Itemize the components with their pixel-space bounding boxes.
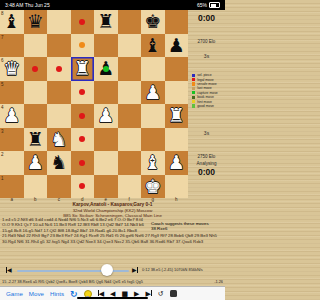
black-knight-c2[interactable]: ♞ bbox=[47, 151, 71, 175]
engine-current-line: 0:12 38.e5 (-2.45) 1070kN 856kN/s bbox=[142, 267, 224, 272]
square-b8[interactable]: ♛ bbox=[24, 10, 48, 34]
legend-label: capture move bbox=[197, 91, 218, 95]
legend-label: sel. piece bbox=[197, 73, 211, 77]
square-h3[interactable] bbox=[165, 128, 189, 152]
square-c1[interactable] bbox=[47, 175, 71, 199]
square-e8[interactable]: ♜ bbox=[94, 10, 118, 34]
square-f4[interactable] bbox=[118, 104, 142, 128]
book-icon[interactable] bbox=[170, 290, 177, 297]
square-h5[interactable] bbox=[165, 81, 189, 105]
square-b3[interactable]: ♜ bbox=[24, 128, 48, 152]
square-h2[interactable]: ♟ bbox=[165, 151, 189, 175]
battery-percent: 65% bbox=[197, 2, 207, 8]
white-pawn-g5[interactable]: ♟ bbox=[141, 81, 165, 105]
square-b6[interactable] bbox=[24, 57, 48, 81]
white-elo: 2750 Elo bbox=[188, 154, 225, 159]
chess-board[interactable]: 8♝♛♜♚7♝♟6♛♜♟5♟4♟♟♜3♜♞2♟♞♝♟1♚ bbox=[0, 10, 188, 198]
rank-label: 6 bbox=[1, 58, 4, 63]
game-header: Karpov,Anatoli - Kasparov,Gary 0-1 32nd … bbox=[0, 202, 225, 218]
rank-label: 2 bbox=[1, 152, 4, 157]
legend-swatch bbox=[192, 78, 195, 81]
square-g2[interactable]: ♝ bbox=[141, 151, 165, 175]
legend-swatch bbox=[192, 74, 195, 77]
black-pawn-h7[interactable]: ♟ bbox=[165, 34, 189, 58]
square-g6[interactable] bbox=[141, 57, 165, 81]
coach-move: 38.Rxe6 bbox=[151, 226, 223, 231]
white-time-setting: 3s bbox=[188, 130, 225, 136]
square-f2[interactable] bbox=[118, 151, 142, 175]
square-g3[interactable] bbox=[141, 128, 165, 152]
square-c5[interactable] bbox=[47, 81, 71, 105]
square-a5[interactable]: 5 bbox=[0, 81, 24, 105]
square-f7[interactable] bbox=[118, 34, 142, 58]
square-g4[interactable] bbox=[141, 104, 165, 128]
seek-thumb[interactable] bbox=[101, 264, 113, 276]
square-d7[interactable] bbox=[71, 34, 95, 58]
red-move-dot-d1[interactable] bbox=[79, 183, 85, 189]
square-f6[interactable] bbox=[118, 57, 142, 81]
legend-label: legal move bbox=[197, 78, 213, 82]
square-a7[interactable]: 7 bbox=[0, 34, 24, 58]
square-c3[interactable]: ♞ bbox=[47, 128, 71, 152]
legend-item: good move bbox=[192, 104, 225, 108]
pv-eval: -1.26 bbox=[214, 279, 223, 284]
white-pawn-h2[interactable]: ♟ bbox=[165, 151, 189, 175]
white-pawn-b2[interactable]: ♟ bbox=[24, 151, 48, 175]
legend-swatch bbox=[192, 96, 195, 99]
square-g7[interactable]: ♝ bbox=[141, 34, 165, 58]
move-button[interactable]: Move bbox=[29, 290, 44, 297]
black-time-setting: 3s bbox=[188, 53, 225, 59]
square-e4[interactable]: ♟ bbox=[94, 104, 118, 128]
square-c7[interactable] bbox=[47, 34, 71, 58]
black-clock: 0:00 bbox=[188, 13, 225, 23]
square-a1[interactable]: 1 bbox=[0, 175, 24, 199]
square-d1[interactable] bbox=[71, 175, 95, 199]
square-f1[interactable] bbox=[118, 175, 142, 199]
game-button[interactable]: Game bbox=[6, 290, 23, 297]
rank-label: 4 bbox=[1, 105, 4, 110]
square-a3[interactable]: 3 bbox=[0, 128, 24, 152]
rank-label: 3 bbox=[1, 129, 4, 134]
legend-label: last move bbox=[197, 86, 212, 90]
red-move-dot-d4[interactable] bbox=[79, 113, 85, 119]
seek-bar-row: ◀ ▶ 0:12 38.e5 (-2.45) 1070kN 856kN/s bbox=[0, 262, 225, 278]
black-bishop-g7[interactable]: ♝ bbox=[141, 34, 165, 58]
marker-legend: sel. piecelegal moveunsafe movelast move… bbox=[192, 73, 225, 108]
square-h8[interactable] bbox=[165, 10, 189, 34]
coach-suggestion: Coach suggests these moves 38.Rxe6 bbox=[151, 221, 223, 232]
side-panel: 0:00 2700 Elo 3s sel. piecelegal moveuns… bbox=[188, 10, 225, 203]
battery-icon bbox=[209, 2, 220, 8]
white-rook-h4[interactable]: ♜ bbox=[165, 104, 189, 128]
rank-label: 1 bbox=[1, 176, 4, 181]
legend-swatch bbox=[192, 87, 195, 90]
legend-swatch bbox=[192, 82, 195, 85]
square-h6[interactable] bbox=[165, 57, 189, 81]
square-g1[interactable]: ♚ bbox=[141, 175, 165, 199]
white-bishop-g2[interactable]: ♝ bbox=[141, 151, 165, 175]
square-e6[interactable]: ♟ bbox=[94, 57, 118, 81]
players-line: Karpov,Anatoli - Kasparov,Gary 0-1 bbox=[0, 202, 225, 207]
black-rook-b3[interactable]: ♜ bbox=[24, 128, 48, 152]
move-list[interactable]: Coach suggests these moves 38.Rxe6 1.e4 … bbox=[2, 217, 223, 259]
square-c4[interactable] bbox=[47, 104, 71, 128]
black-queen-b8[interactable]: ♛ bbox=[24, 10, 48, 34]
square-f3[interactable] bbox=[118, 128, 142, 152]
square-e5[interactable] bbox=[94, 81, 118, 105]
black-king-g8[interactable]: ♚ bbox=[141, 10, 165, 34]
legend-swatch bbox=[192, 100, 195, 103]
square-g5[interactable]: ♟ bbox=[141, 81, 165, 105]
square-f8[interactable] bbox=[118, 10, 142, 34]
square-a4[interactable]: 4♟ bbox=[0, 104, 24, 128]
event-line: 32nd World Championship (KK2) Moscow bbox=[0, 208, 225, 213]
square-a8[interactable]: 8♝ bbox=[0, 10, 24, 34]
square-d4[interactable] bbox=[71, 104, 95, 128]
red-move-dot-d5[interactable] bbox=[79, 89, 85, 95]
square-d2[interactable] bbox=[71, 151, 95, 175]
square-b4[interactable] bbox=[24, 104, 48, 128]
pv-text: 15 -2.27 38.Rxe6 a5 Rf5 Qxb2 Qxe8+ Bxe8 … bbox=[2, 279, 143, 284]
white-rook-d6[interactable]: ♜ bbox=[71, 57, 95, 81]
engine-status: Analysing bbox=[188, 161, 225, 166]
square-e1[interactable] bbox=[94, 175, 118, 199]
legend-swatch bbox=[192, 91, 195, 94]
square-b5[interactable] bbox=[24, 81, 48, 105]
square-c6[interactable] bbox=[47, 57, 71, 81]
square-f5[interactable] bbox=[118, 81, 142, 105]
legend-label: unsafe move bbox=[197, 82, 216, 86]
engine-pv-line: -1.26 15 -2.27 38.Rxe6 a5 Rf5 Qxb2 Qxe8+… bbox=[2, 279, 223, 284]
hints-button[interactable]: Hints bbox=[50, 290, 64, 297]
square-d6[interactable]: ♜ bbox=[71, 57, 95, 81]
red-move-dot-d8[interactable] bbox=[79, 19, 85, 25]
square-h7[interactable]: ♟ bbox=[165, 34, 189, 58]
square-b7[interactable] bbox=[24, 34, 48, 58]
red-move-dot-b6[interactable] bbox=[32, 66, 38, 72]
square-c2[interactable]: ♞ bbox=[47, 151, 71, 175]
white-king-g1[interactable]: ♚ bbox=[141, 175, 165, 199]
white-clock: 0:00 bbox=[188, 167, 225, 177]
square-g8[interactable]: ♚ bbox=[141, 10, 165, 34]
status-time: 3:48 AM Thu Jun 25 bbox=[5, 2, 50, 8]
rank-label: 7 bbox=[1, 35, 4, 40]
square-h1[interactable] bbox=[165, 175, 189, 199]
legend-label: good move bbox=[197, 104, 214, 108]
seek-to-end-icon[interactable]: ▶ bbox=[132, 266, 138, 273]
square-b1[interactable] bbox=[24, 175, 48, 199]
green-move-dot-e6[interactable] bbox=[103, 66, 109, 72]
square-h4[interactable]: ♜ bbox=[165, 104, 189, 128]
legend-label: hint move bbox=[197, 100, 212, 104]
red-move-dot-d3[interactable] bbox=[79, 136, 85, 142]
legend-label: book move bbox=[197, 95, 214, 99]
red-move-dot-d2[interactable] bbox=[79, 160, 85, 166]
red-move-dot-c6[interactable] bbox=[56, 66, 62, 72]
white-knight-c3[interactable]: ♞ bbox=[47, 128, 71, 152]
square-e7[interactable] bbox=[94, 34, 118, 58]
rank-label: 8 bbox=[1, 11, 4, 16]
rank-label: 5 bbox=[1, 82, 4, 87]
black-elo: 2700 Elo bbox=[188, 39, 225, 44]
square-d5[interactable] bbox=[71, 81, 95, 105]
square-a6[interactable]: 6♛ bbox=[0, 57, 24, 81]
black-rook-e8[interactable]: ♜ bbox=[94, 10, 118, 34]
orange-move-dot-d7[interactable] bbox=[79, 42, 85, 48]
seek-to-start-icon[interactable]: ◀ bbox=[6, 266, 12, 273]
replay-icon[interactable]: ↺ bbox=[158, 287, 164, 300]
square-e2[interactable] bbox=[94, 151, 118, 175]
white-pawn-e4[interactable]: ♟ bbox=[94, 104, 118, 128]
square-c8[interactable] bbox=[47, 10, 71, 34]
square-a2[interactable]: 2 bbox=[0, 151, 24, 175]
status-bar: 3:48 AM Thu Jun 25 65% bbox=[0, 0, 225, 10]
square-b2[interactable]: ♟ bbox=[24, 151, 48, 175]
square-d3[interactable] bbox=[71, 128, 95, 152]
square-e3[interactable] bbox=[94, 128, 118, 152]
legend-swatch bbox=[192, 104, 195, 107]
square-d8[interactable] bbox=[71, 10, 95, 34]
